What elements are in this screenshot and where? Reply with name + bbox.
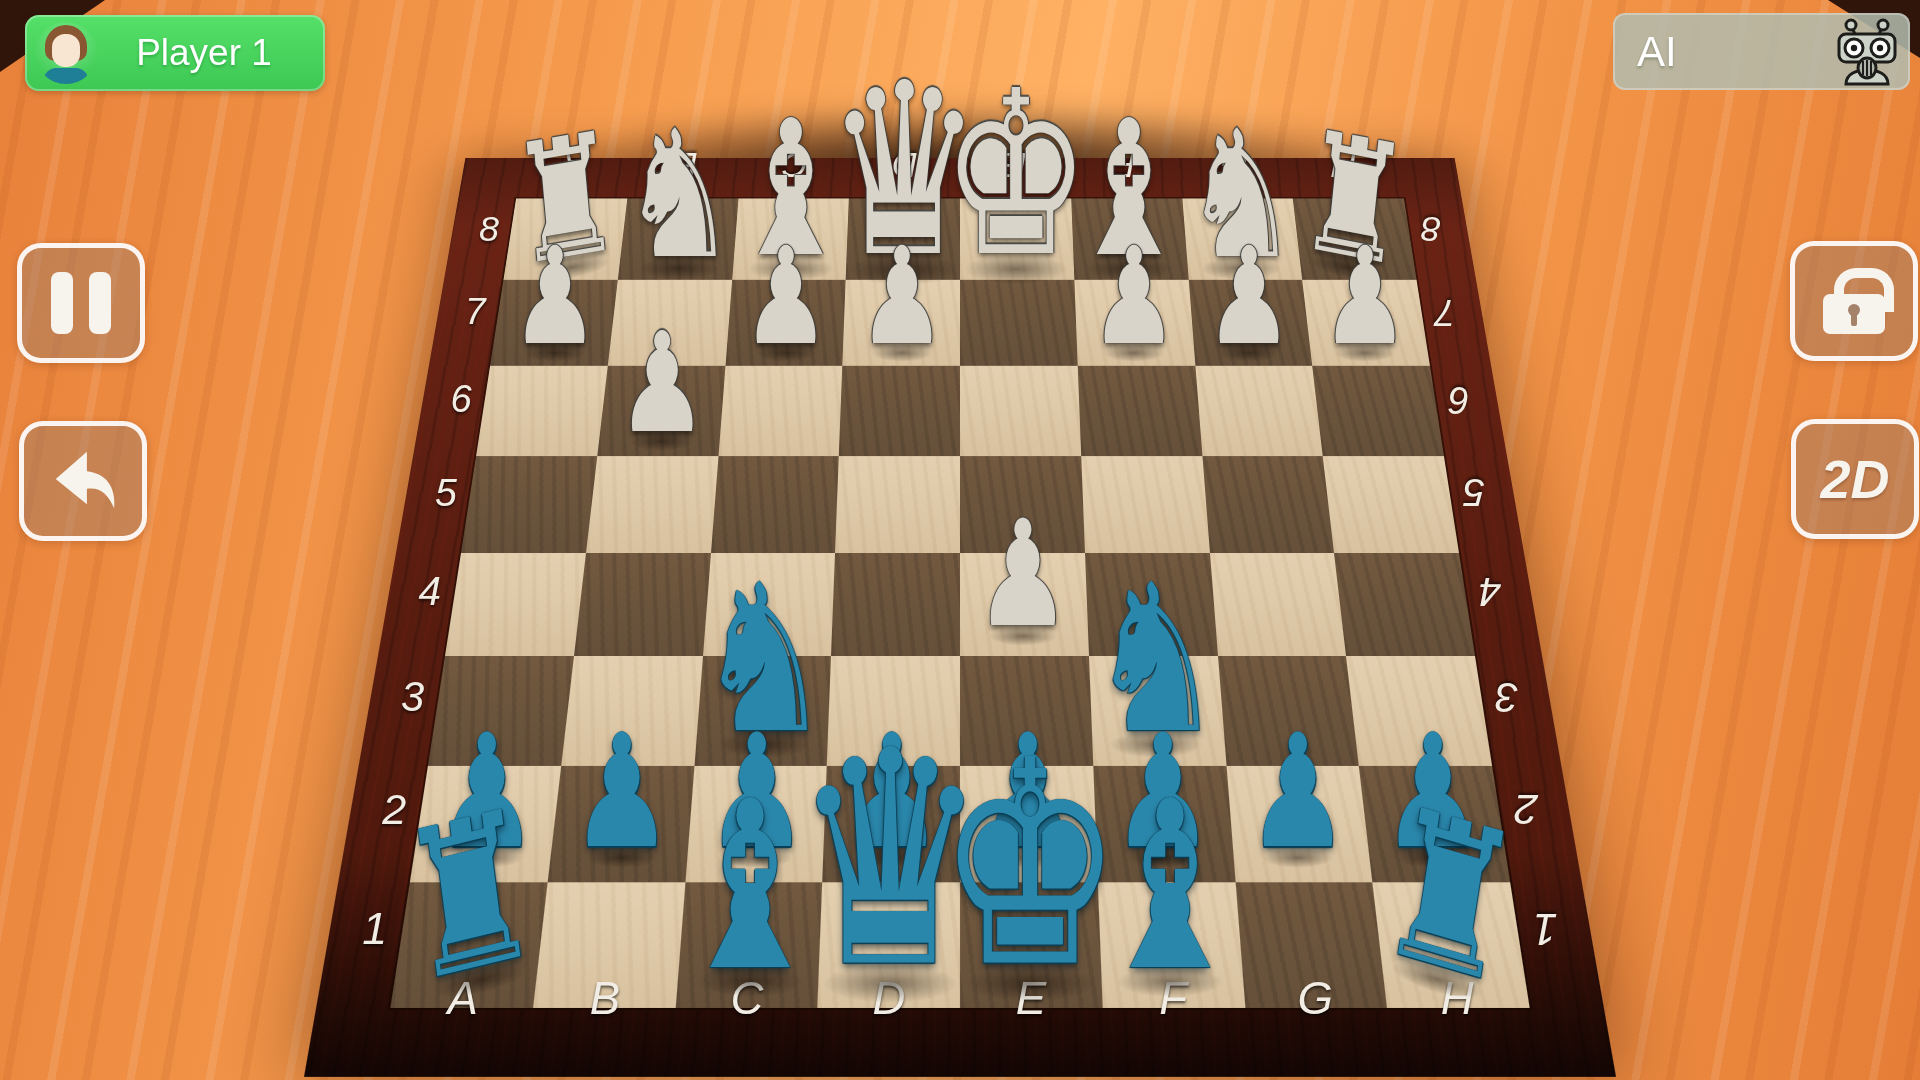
pause-icon (51, 272, 73, 334)
robot-icon (1836, 16, 1898, 88)
player-badge: Player 1 (25, 15, 325, 91)
pause-button[interactable] (17, 243, 145, 363)
player-avatar-icon (35, 22, 97, 84)
undo-arrow-icon (44, 444, 122, 518)
view-2d-label: 2D (1820, 448, 1889, 510)
ai-label: AI (1637, 28, 1836, 76)
hud: Player 1 AI (0, 0, 1920, 1080)
view-2d-button[interactable]: 2D (1791, 419, 1919, 539)
player-name: Player 1 (97, 32, 325, 74)
ai-badge: AI (1613, 13, 1910, 90)
undo-button[interactable] (19, 421, 147, 541)
game-screen: AABBCCDDEEFFGGHH1122334455667788♜♞♝♛♚♝♞♜… (0, 0, 1920, 1080)
lock-button[interactable] (1790, 241, 1918, 361)
lock-icon (1821, 268, 1887, 334)
